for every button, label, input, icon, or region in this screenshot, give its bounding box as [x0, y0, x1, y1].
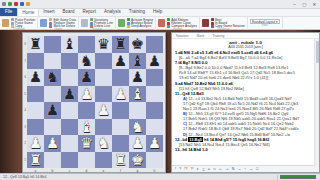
black-rook[interactable]: ♜	[27, 36, 44, 53]
window-controls: –▢✕	[290, 1, 319, 8]
tab-training[interactable]: Training	[125, 8, 149, 16]
ribbon-group-analysis: Activate EngineAnalysis BoardDeep Analys…	[116, 17, 156, 30]
ribbon-group-clipboard: Paste PositionPaste GameCopyClipboard	[0, 17, 38, 30]
square-g8[interactable]: ♚	[129, 36, 146, 53]
square-d8[interactable]	[78, 36, 95, 53]
chess-board[interactable]: ♜♝♛♜♚♞♟♝♟♟♞♟♟♟♟♟♝♟♟♝♞♟♟♛♞♟♟♜♜♚	[27, 36, 163, 168]
square-e7[interactable]	[95, 53, 112, 70]
move-text[interactable]: 13...h6 14.Bh4 1-0	[175, 147, 208, 152]
notation-panel: NotationBookTraining anti - zukale 1-0 A…	[171, 32, 320, 173]
white-knight[interactable]: ♞	[95, 135, 112, 152]
square-b4[interactable]: ♟	[44, 102, 61, 119]
status-divider	[277, 175, 278, 180]
ribbon-group-notation: VariationsPromote LineDelete LineNotatio…	[79, 17, 116, 30]
engine-big-icon[interactable]	[158, 19, 165, 27]
database-icon[interactable]	[20, 2, 24, 6]
new-game-icon[interactable]	[8, 2, 12, 6]
star-icon[interactable]	[26, 2, 30, 6]
square-d4[interactable]	[78, 102, 95, 119]
workspace-background: 87654321 ♜♝♛♜♚♞♟♝♟♟♞♟♟♟♟♟♝♟♟♝♞♟♟♛♞♟♟♜♜♚ …	[0, 30, 320, 173]
white-rook[interactable]: ♜	[27, 152, 44, 169]
square-f8[interactable]: ♜	[112, 36, 129, 53]
square-h6[interactable]	[146, 69, 163, 86]
square-a4[interactable]	[27, 102, 44, 119]
white-knight[interactable]: ♞	[129, 119, 146, 136]
white-bishop[interactable]: ♝	[129, 86, 146, 103]
tab-report[interactable]: Report	[79, 8, 101, 16]
square-c4[interactable]	[61, 102, 78, 119]
clipboard-big-icon[interactable]	[2, 19, 9, 27]
annotation-symbol[interactable]: +-	[219, 167, 222, 171]
annotation-symbol[interactable]: ?!	[190, 167, 193, 171]
white-rook[interactable]: ♜	[112, 152, 129, 169]
black-pawn[interactable]: ♟	[129, 69, 146, 86]
square-g5[interactable]: ♝	[129, 86, 146, 103]
square-a7[interactable]	[27, 53, 44, 70]
square-b2[interactable]: ♟	[44, 135, 61, 152]
white-pawn[interactable]: ♟	[78, 86, 95, 103]
square-h2[interactable]: ♟	[146, 135, 163, 152]
notation-scrollbar[interactable]	[314, 39, 319, 167]
tab-board[interactable]: Board	[59, 8, 79, 16]
square-c6[interactable]	[61, 69, 78, 86]
notation-big-icon[interactable]	[81, 19, 88, 27]
square-b7[interactable]	[44, 53, 61, 70]
status-text: 12...Qe8 13.Bg5 h6 14.Bh4	[3, 175, 275, 179]
square-d6[interactable]: ♟	[78, 69, 95, 86]
ribbon-group-game: Edit Game DataReplace GameMark for Delet…	[38, 17, 79, 30]
black-pawn[interactable]: ♟	[27, 69, 44, 86]
square-f6[interactable]	[112, 69, 129, 86]
square-f5[interactable]: ♟	[112, 86, 129, 103]
annotation-symbol[interactable]: □	[256, 167, 258, 171]
square-d1[interactable]	[78, 152, 95, 169]
tab-help[interactable]: Help	[149, 8, 166, 16]
square-b6[interactable]: ♞	[44, 69, 61, 86]
square-g4[interactable]	[129, 102, 146, 119]
square-g7[interactable]: ♝	[129, 53, 146, 70]
square-c5[interactable]: ♟	[61, 86, 78, 103]
notation-line: 13...h6 14.Bh4 1-0	[175, 147, 317, 152]
square-b5[interactable]	[44, 86, 61, 103]
notation-tab-training[interactable]: Training	[212, 34, 224, 37]
ribbon-group-engine: Add KibitzerKibitzer CloseCompare Analys…	[156, 17, 200, 30]
analysis-big-icon[interactable]	[118, 19, 125, 27]
black-pawn[interactable]: ♟	[78, 69, 95, 86]
square-h5[interactable]	[146, 86, 163, 103]
white-queen[interactable]: ♛	[78, 135, 95, 152]
ribbon: Paste PositionPaste GameCopyClipboardEdi…	[0, 17, 320, 30]
file-tab[interactable]: File	[0, 8, 17, 16]
board-icon[interactable]	[2, 2, 6, 6]
black-pawn[interactable]: ♟	[44, 102, 61, 119]
square-e6[interactable]	[95, 69, 112, 86]
notation-text[interactable]: 1.d4 Nf6 2.c4 c5 3.d5 e6 4.Nc3 exd5 5.cx…	[172, 50, 319, 165]
square-g2[interactable]: ♟	[129, 135, 146, 152]
annotation-symbol[interactable]: !	[175, 167, 176, 171]
ribbon-tab-row: File HomeInsertBoardReportAnalysisTraini…	[0, 9, 320, 17]
black-queen[interactable]: ♛	[95, 36, 112, 53]
annotation-symbol[interactable]: ∓	[202, 167, 205, 172]
record-icon[interactable]	[14, 2, 18, 6]
square-c1[interactable]	[61, 152, 78, 169]
tab-insert[interactable]: Insert	[39, 8, 58, 16]
square-e3[interactable]	[95, 119, 112, 136]
black-bishop[interactable]: ♝	[61, 36, 78, 53]
square-a6[interactable]: ♟	[27, 69, 44, 86]
square-e4[interactable]: ♟	[95, 102, 112, 119]
notation-tab-book[interactable]: Book	[197, 34, 205, 37]
square-a1[interactable]: ♜	[27, 152, 44, 169]
square-d2[interactable]: ♛	[78, 135, 95, 152]
black-pawn[interactable]: ♟	[112, 53, 129, 70]
square-h8[interactable]	[146, 36, 163, 53]
square-g3[interactable]: ♞	[129, 119, 146, 136]
square-a2[interactable]: ♟	[27, 135, 44, 152]
square-e1[interactable]	[95, 152, 112, 169]
game-meta: A43 2535 2013 [ann.]	[172, 45, 319, 49]
notation-pane-tabs: NotationBookTraining	[172, 33, 319, 39]
square-e8[interactable]: ♛	[95, 36, 112, 53]
square-h7[interactable]: ♟	[146, 53, 163, 70]
progress-bar	[280, 175, 316, 179]
black-rook[interactable]: ♜	[112, 36, 129, 53]
minimize-button[interactable]: –	[290, 1, 299, 8]
annotation-symbol[interactable]: ±	[197, 167, 199, 171]
close-button[interactable]: ✕	[310, 1, 319, 8]
black-pawn[interactable]: ♟	[61, 86, 78, 103]
annotation-symbol[interactable]: !?	[184, 167, 187, 171]
square-a8[interactable]: ♜	[27, 36, 44, 53]
square-f2[interactable]	[112, 135, 129, 152]
square-c2[interactable]	[61, 135, 78, 152]
square-c3[interactable]	[61, 119, 78, 136]
notation-tab-notation[interactable]: Notation	[176, 34, 189, 37]
square-a3[interactable]	[27, 119, 44, 136]
square-c7[interactable]	[61, 53, 78, 70]
annotation-symbol[interactable]: ∞	[213, 167, 216, 171]
white-pawn[interactable]: ♟	[112, 86, 129, 103]
square-h4[interactable]	[146, 102, 163, 119]
white-pawn[interactable]: ♟	[27, 135, 44, 152]
annotation-symbol[interactable]: -+	[225, 167, 228, 171]
white-pawn[interactable]: ♟	[146, 135, 163, 152]
square-f7[interactable]: ♟	[112, 53, 129, 70]
button-deep-analysis[interactable]: Deep Analysis	[127, 25, 153, 28]
square-b3[interactable]	[44, 119, 61, 136]
ribbon-tabs: HomeInsertBoardReportAnalysisTrainingHel…	[17, 8, 166, 16]
board-panel: 87654321 ♜♝♛♜♚♞♟♝♟♟♞♟♟♟♟♟♝♟♟♝♞♟♟♛♞♟♟♜♜♚ …	[22, 32, 166, 173]
square-a5[interactable]	[27, 86, 44, 103]
square-g1[interactable]: ♚	[129, 152, 146, 169]
white-pawn[interactable]: ♟	[129, 135, 146, 152]
scrollbar-thumb[interactable]	[316, 41, 320, 63]
chessbase-window: –▢✕ File HomeInsertBoardReportAnalysisTr…	[0, 0, 320, 180]
deep-analysis-icon	[127, 25, 130, 28]
quick-access-toolbar	[2, 2, 30, 6]
square-e2[interactable]: ♞	[95, 135, 112, 152]
square-g6[interactable]: ♟	[129, 69, 146, 86]
black-knight[interactable]: ♞	[44, 69, 61, 86]
annotation-symbol[interactable]: ↔	[249, 167, 253, 171]
annotation-symbol[interactable]: ↑	[244, 167, 246, 171]
black-bishop[interactable]: ♝	[129, 53, 146, 70]
tab-analysis[interactable]: Analysis	[100, 8, 125, 16]
progress-fill	[281, 176, 315, 178]
square-h1[interactable]	[146, 152, 163, 169]
square-b1[interactable]	[44, 152, 61, 169]
annotation-symbol[interactable]: ?	[179, 167, 181, 171]
annotation-symbol[interactable]: N	[232, 167, 235, 171]
square-d7[interactable]: ♞	[78, 53, 95, 70]
square-f1[interactable]: ♜	[112, 152, 129, 169]
annotation-symbol[interactable]: →	[237, 167, 241, 171]
black-knight[interactable]: ♞	[78, 53, 95, 70]
tab-home[interactable]: Home	[17, 8, 39, 16]
annotation-symbol[interactable]: =	[208, 167, 210, 171]
white-pawn[interactable]: ♟	[95, 102, 112, 119]
status-bar: 12...Qe8 13.Bg5 h6 14.Bh4	[0, 173, 320, 180]
maximize-button[interactable]: ▢	[300, 1, 309, 8]
database-big-icon[interactable]	[202, 19, 209, 27]
white-pawn[interactable]: ♟	[44, 135, 61, 152]
game-big-icon[interactable]	[40, 19, 47, 27]
square-f3[interactable]	[112, 119, 129, 136]
white-bishop[interactable]: ♝	[78, 119, 95, 136]
white-king[interactable]: ♚	[129, 152, 146, 169]
square-d5[interactable]: ♟	[78, 86, 95, 103]
annotation-symbols-toolbar: !?!??!±∓=∞+--+N→↑↔□	[172, 165, 319, 172]
black-pawn[interactable]: ♟	[146, 53, 163, 70]
square-e5[interactable]	[95, 86, 112, 103]
square-d3[interactable]: ♝	[78, 119, 95, 136]
group-caption: View	[250, 24, 280, 28]
square-b8[interactable]	[44, 36, 61, 53]
ribbon-group-layout: Standard Layout ▾View	[248, 17, 283, 30]
ribbon-group-database: BestIn BoardCopy Game NotationDatabase	[200, 17, 248, 30]
square-c8[interactable]: ♝	[61, 36, 78, 53]
square-f4[interactable]	[112, 102, 129, 119]
black-king[interactable]: ♚	[129, 36, 146, 53]
square-h3[interactable]	[146, 119, 163, 136]
